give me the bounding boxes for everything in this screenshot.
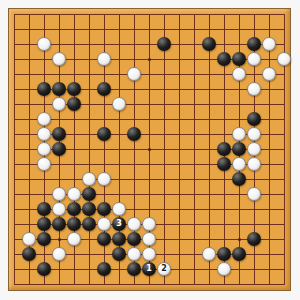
grid-line-vertical [179,14,180,285]
star-point [58,238,61,241]
stone-black [232,142,246,156]
move-number: 3 [116,220,122,228]
stone-white [127,247,141,261]
stone-black: 1 [142,262,156,276]
stone-black [37,232,51,246]
stone-white [97,217,111,231]
stone-black [157,37,171,51]
stone-black [217,157,231,171]
stone-white [247,82,261,96]
go-board[interactable]: 312 [8,8,291,291]
stone-white [52,52,66,66]
go-diagram: 312 [0,0,300,300]
stone-white [37,142,51,156]
stone-black [112,247,126,261]
stone-black [97,202,111,216]
stone-white [52,247,66,261]
stone-white [37,112,51,126]
stone-black [97,262,111,276]
stone-black [247,112,261,126]
star-point [148,58,151,61]
stone-white [112,97,126,111]
stone-white [52,187,66,201]
stone-white [82,172,96,186]
stone-white [142,232,156,246]
stone-white [232,157,246,171]
move-number: 2 [161,265,167,273]
stone-white [142,217,156,231]
stone-white [112,202,126,216]
stone-black [82,202,96,216]
stone-white [247,142,261,156]
stone-white [67,232,81,246]
stone-black [97,127,111,141]
stone-black [22,247,36,261]
stone-black [67,217,81,231]
stone-black [67,202,81,216]
stone-black [52,127,66,141]
stone-white [97,172,111,186]
stone-white [127,217,141,231]
stone-black [127,127,141,141]
stone-black [37,202,51,216]
stone-black [82,187,96,201]
stone-white [262,37,276,51]
stone-black [127,232,141,246]
stone-black [97,82,111,96]
stone-white [52,202,66,216]
stone-black [112,232,126,246]
stone-white [217,262,231,276]
stone-white [247,52,261,66]
move-number: 1 [146,265,152,273]
stone-white [37,37,51,51]
stone-white [67,187,81,201]
stone-white [262,67,276,81]
stone-white: 2 [157,262,171,276]
stone-white [232,67,246,81]
stone-black [52,142,66,156]
stone-white [37,127,51,141]
stone-black [127,262,141,276]
stone-white [247,187,261,201]
stone-black [52,217,66,231]
stone-black [67,82,81,96]
stone-white [202,247,216,261]
stone-black [52,82,66,96]
grid-line-vertical [269,14,270,285]
stone-black [217,142,231,156]
stone-white [142,247,156,261]
stone-white [37,157,51,171]
stone-white [247,157,261,171]
stone-black [247,232,261,246]
grid-line-horizontal [14,284,285,285]
stone-white [127,67,141,81]
stone-black [82,217,96,231]
stone-black [232,247,246,261]
stone-white [97,52,111,66]
stone-black [217,52,231,66]
stone-black: 3 [112,217,126,231]
grid-line-vertical [164,14,165,285]
stone-black [232,172,246,186]
stone-black [247,37,261,51]
stone-black [67,97,81,111]
stone-white [52,97,66,111]
star-point [148,148,151,151]
stone-white [22,232,36,246]
stone-black [97,232,111,246]
stone-black [217,247,231,261]
stone-white [232,127,246,141]
stone-black [37,262,51,276]
grid-line-vertical [209,14,210,285]
stone-white [277,52,291,66]
stone-white [247,127,261,141]
stone-black [202,37,216,51]
stone-black [37,217,51,231]
stone-black [37,82,51,96]
grid-line-vertical [194,14,195,285]
stone-black [232,52,246,66]
star-point [238,238,241,241]
